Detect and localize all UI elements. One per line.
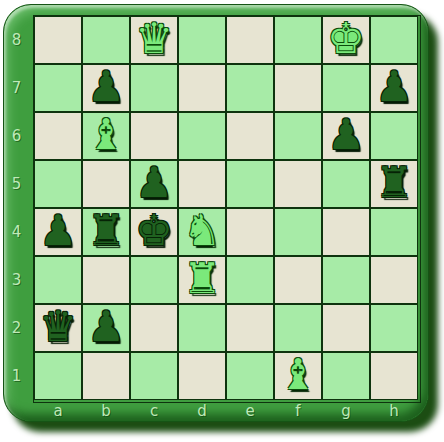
square-h4[interactable] bbox=[370, 208, 418, 256]
square-d1[interactable] bbox=[178, 352, 226, 400]
square-c1[interactable] bbox=[130, 352, 178, 400]
rank-label-5: 5 bbox=[0, 160, 33, 208]
square-g4[interactable] bbox=[322, 208, 370, 256]
square-e8[interactable] bbox=[226, 16, 274, 64]
square-f3[interactable] bbox=[274, 256, 322, 304]
square-a6[interactable] bbox=[34, 112, 82, 160]
square-e7[interactable] bbox=[226, 64, 274, 112]
square-g1[interactable] bbox=[322, 352, 370, 400]
square-h5[interactable]: ♜ bbox=[370, 160, 418, 208]
square-d7[interactable] bbox=[178, 64, 226, 112]
square-h2[interactable] bbox=[370, 304, 418, 352]
square-d6[interactable] bbox=[178, 112, 226, 160]
rank-label-3: 3 bbox=[0, 256, 33, 304]
file-labels: abcdefgh bbox=[34, 400, 418, 424]
file-label-b: b bbox=[82, 400, 130, 424]
square-d2[interactable] bbox=[178, 304, 226, 352]
rank-label-6: 6 bbox=[0, 112, 33, 160]
square-h3[interactable] bbox=[370, 256, 418, 304]
piece-black-pawn[interactable]: ♟ bbox=[375, 64, 413, 110]
square-h8[interactable] bbox=[370, 16, 418, 64]
square-a1[interactable] bbox=[34, 352, 82, 400]
piece-black-rook[interactable]: ♜ bbox=[375, 160, 413, 206]
square-f5[interactable] bbox=[274, 160, 322, 208]
square-h7[interactable]: ♟ bbox=[370, 64, 418, 112]
piece-black-queen[interactable]: ♛ bbox=[39, 304, 77, 350]
square-a4[interactable]: ♟ bbox=[34, 208, 82, 256]
square-d5[interactable] bbox=[178, 160, 226, 208]
square-c4[interactable]: ♚ bbox=[130, 208, 178, 256]
square-e2[interactable] bbox=[226, 304, 274, 352]
square-e5[interactable] bbox=[226, 160, 274, 208]
piece-black-pawn[interactable]: ♟ bbox=[327, 112, 365, 158]
square-a2[interactable]: ♛ bbox=[34, 304, 82, 352]
piece-black-pawn[interactable]: ♟ bbox=[87, 64, 125, 110]
square-c7[interactable] bbox=[130, 64, 178, 112]
square-b4[interactable]: ♜ bbox=[82, 208, 130, 256]
square-a7[interactable] bbox=[34, 64, 82, 112]
piece-black-pawn[interactable]: ♟ bbox=[87, 304, 125, 350]
square-a5[interactable] bbox=[34, 160, 82, 208]
square-c8[interactable]: ♛ bbox=[130, 16, 178, 64]
square-e6[interactable] bbox=[226, 112, 274, 160]
square-b6[interactable]: ♝ bbox=[82, 112, 130, 160]
rank-labels: 87654321 bbox=[0, 16, 33, 400]
piece-white-rook[interactable]: ♜ bbox=[183, 256, 221, 302]
piece-white-bishop[interactable]: ♝ bbox=[279, 352, 317, 398]
file-label-d: d bbox=[178, 400, 226, 424]
piece-white-bishop[interactable]: ♝ bbox=[87, 112, 125, 158]
piece-black-rook[interactable]: ♜ bbox=[87, 208, 125, 254]
square-b3[interactable] bbox=[82, 256, 130, 304]
square-d3[interactable]: ♜ bbox=[178, 256, 226, 304]
square-b5[interactable] bbox=[82, 160, 130, 208]
square-g2[interactable] bbox=[322, 304, 370, 352]
rank-label-7: 7 bbox=[0, 64, 33, 112]
square-g6[interactable]: ♟ bbox=[322, 112, 370, 160]
square-e3[interactable] bbox=[226, 256, 274, 304]
square-g5[interactable] bbox=[322, 160, 370, 208]
square-g8[interactable]: ♚ bbox=[322, 16, 370, 64]
file-label-a: a bbox=[34, 400, 82, 424]
file-label-c: c bbox=[130, 400, 178, 424]
square-c2[interactable] bbox=[130, 304, 178, 352]
square-c6[interactable] bbox=[130, 112, 178, 160]
square-f7[interactable] bbox=[274, 64, 322, 112]
square-b1[interactable] bbox=[82, 352, 130, 400]
piece-white-knight[interactable]: ♞ bbox=[183, 208, 221, 254]
file-label-g: g bbox=[322, 400, 370, 424]
rank-label-4: 4 bbox=[0, 208, 33, 256]
square-g3[interactable] bbox=[322, 256, 370, 304]
square-g7[interactable] bbox=[322, 64, 370, 112]
square-f1[interactable]: ♝ bbox=[274, 352, 322, 400]
square-f2[interactable] bbox=[274, 304, 322, 352]
square-f6[interactable] bbox=[274, 112, 322, 160]
file-label-e: e bbox=[226, 400, 274, 424]
square-d4[interactable]: ♞ bbox=[178, 208, 226, 256]
piece-black-pawn[interactable]: ♟ bbox=[39, 208, 77, 254]
square-c5[interactable]: ♟ bbox=[130, 160, 178, 208]
piece-white-king[interactable]: ♚ bbox=[327, 16, 365, 62]
square-h6[interactable] bbox=[370, 112, 418, 160]
board-grid: ♛♚♟♟♝♟♟♜♟♜♚♞♜♛♟♝ bbox=[33, 15, 421, 403]
square-b7[interactable]: ♟ bbox=[82, 64, 130, 112]
square-a8[interactable] bbox=[34, 16, 82, 64]
rank-label-2: 2 bbox=[0, 304, 33, 352]
square-a3[interactable] bbox=[34, 256, 82, 304]
file-label-h: h bbox=[370, 400, 418, 424]
square-h1[interactable] bbox=[370, 352, 418, 400]
piece-white-queen[interactable]: ♛ bbox=[135, 16, 173, 62]
square-e4[interactable] bbox=[226, 208, 274, 256]
rank-label-1: 1 bbox=[0, 352, 33, 400]
rank-label-8: 8 bbox=[0, 16, 33, 64]
file-label-f: f bbox=[274, 400, 322, 424]
square-f8[interactable] bbox=[274, 16, 322, 64]
chess-app-window: 87654321 ♛♚♟♟♝♟♟♜♟♜♚♞♜♛♟♝ abcdefgh bbox=[0, 0, 444, 442]
square-e1[interactable] bbox=[226, 352, 274, 400]
square-c3[interactable] bbox=[130, 256, 178, 304]
piece-black-pawn[interactable]: ♟ bbox=[135, 160, 173, 206]
square-b8[interactable] bbox=[82, 16, 130, 64]
piece-black-king[interactable]: ♚ bbox=[135, 208, 173, 254]
square-b2[interactable]: ♟ bbox=[82, 304, 130, 352]
square-d8[interactable] bbox=[178, 16, 226, 64]
square-f4[interactable] bbox=[274, 208, 322, 256]
